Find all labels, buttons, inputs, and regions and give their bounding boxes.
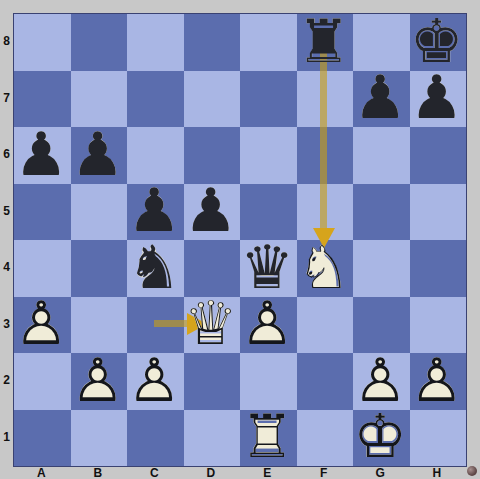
piece-white-pawn-b2[interactable]: ♟♙ <box>69 352 126 409</box>
piece-white-pawn-a3[interactable]: ♟♙ <box>13 295 70 352</box>
square-a5[interactable] <box>14 184 71 241</box>
piece-black-pawn-d5[interactable]: ♙♟ <box>182 182 239 239</box>
black-piece-outline: ♟ <box>182 182 239 239</box>
square-b4[interactable] <box>71 240 128 297</box>
square-a1[interactable] <box>14 410 71 467</box>
white-piece-outline: ♙ <box>239 295 296 352</box>
piece-white-knight-f4[interactable]: ♞♘ <box>295 239 352 296</box>
corner-dot <box>467 466 477 476</box>
piece-black-pawn-b6[interactable]: ♙♟ <box>69 126 126 183</box>
file-label-h: H <box>409 466 466 479</box>
piece-black-queen-e4[interactable]: ♕♛ <box>239 239 296 296</box>
rank-label-2: 2 <box>0 352 13 409</box>
white-piece-outline: ♙ <box>69 352 126 409</box>
file-label-a: A <box>13 466 70 479</box>
piece-white-rook-e1[interactable]: ♜♖ <box>239 408 296 465</box>
piece-white-king-g1[interactable]: ♚♔ <box>352 408 409 465</box>
black-piece-outline: ♟ <box>408 69 465 126</box>
black-piece-outline: ♞ <box>126 239 183 296</box>
black-piece-outline: ♟ <box>13 126 70 183</box>
square-f2[interactable] <box>297 353 354 410</box>
square-b5[interactable] <box>71 184 128 241</box>
white-piece-outline: ♘ <box>295 239 352 296</box>
square-g5[interactable] <box>353 184 410 241</box>
piece-white-pawn-h2[interactable]: ♟♙ <box>408 352 465 409</box>
piece-white-pawn-g2[interactable]: ♟♙ <box>352 352 409 409</box>
square-c7[interactable] <box>127 71 184 128</box>
square-g4[interactable] <box>353 240 410 297</box>
square-d1[interactable] <box>184 410 241 467</box>
black-piece-outline: ♚ <box>408 13 465 70</box>
piece-black-king-h8[interactable]: ♔♚ <box>408 13 465 70</box>
square-h5[interactable] <box>410 184 467 241</box>
black-piece-outline: ♟ <box>69 126 126 183</box>
piece-white-queen-d3[interactable]: ♛♕ <box>182 295 239 352</box>
white-piece-outline: ♙ <box>13 295 70 352</box>
square-h4[interactable] <box>410 240 467 297</box>
square-a8[interactable] <box>14 14 71 71</box>
piece-black-pawn-a6[interactable]: ♙♟ <box>13 126 70 183</box>
square-h1[interactable] <box>410 410 467 467</box>
chess-diagram-window: 87654321ABCDEFGH ♖♜♔♚♙♟♙♟♙♟♙♟♙♟♙♟♘♞♕♛♞♘♟… <box>0 0 480 479</box>
white-piece-outline: ♖ <box>239 408 296 465</box>
square-b8[interactable] <box>71 14 128 71</box>
rank-label-7: 7 <box>0 70 13 127</box>
square-e6[interactable] <box>240 127 297 184</box>
file-label-f: F <box>296 466 353 479</box>
piece-black-pawn-g7[interactable]: ♙♟ <box>352 69 409 126</box>
square-c1[interactable] <box>127 410 184 467</box>
square-g6[interactable] <box>353 127 410 184</box>
square-e7[interactable] <box>240 71 297 128</box>
piece-black-knight-c4[interactable]: ♘♞ <box>126 239 183 296</box>
white-piece-outline: ♙ <box>352 352 409 409</box>
square-d2[interactable] <box>184 353 241 410</box>
white-piece-outline: ♕ <box>182 295 239 352</box>
square-h6[interactable] <box>410 127 467 184</box>
file-label-b: B <box>70 466 127 479</box>
white-piece-outline: ♙ <box>408 352 465 409</box>
square-c8[interactable] <box>127 14 184 71</box>
square-b1[interactable] <box>71 410 128 467</box>
rank-label-4: 4 <box>0 239 13 296</box>
rank-label-8: 8 <box>0 13 13 70</box>
file-label-c: C <box>126 466 183 479</box>
black-piece-outline: ♜ <box>295 13 352 70</box>
rank-label-1: 1 <box>0 409 13 466</box>
rank-label-6: 6 <box>0 126 13 183</box>
rank-label-5: 5 <box>0 183 13 240</box>
piece-white-pawn-c2[interactable]: ♟♙ <box>126 352 183 409</box>
square-e8[interactable] <box>240 14 297 71</box>
white-piece-outline: ♔ <box>352 408 409 465</box>
piece-white-pawn-e3[interactable]: ♟♙ <box>239 295 296 352</box>
white-piece-outline: ♙ <box>126 352 183 409</box>
piece-black-pawn-h7[interactable]: ♙♟ <box>408 69 465 126</box>
rank-label-3: 3 <box>0 296 13 353</box>
square-d7[interactable] <box>184 71 241 128</box>
black-piece-outline: ♟ <box>126 182 183 239</box>
square-a2[interactable] <box>14 353 71 410</box>
piece-black-rook-f8[interactable]: ♖♜ <box>295 13 352 70</box>
file-label-d: D <box>183 466 240 479</box>
square-f3[interactable] <box>297 297 354 354</box>
square-d8[interactable] <box>184 14 241 71</box>
black-piece-outline: ♟ <box>352 69 409 126</box>
square-f1[interactable] <box>297 410 354 467</box>
black-piece-outline: ♛ <box>239 239 296 296</box>
piece-black-pawn-c5[interactable]: ♙♟ <box>126 182 183 239</box>
